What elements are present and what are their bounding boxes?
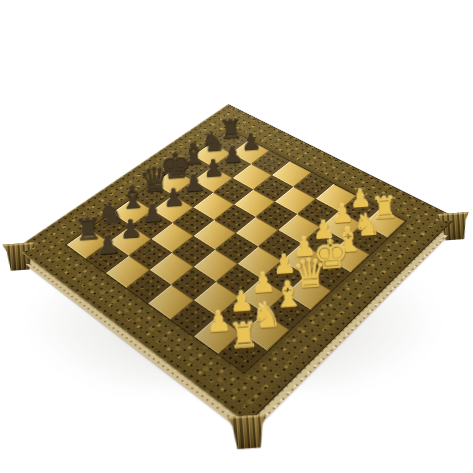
corner-foot-bottom (227, 414, 269, 450)
piece-black-rook-h8: ♜ (217, 115, 245, 143)
piece-black-pawn-b7: ♟ (115, 215, 147, 242)
square-b4 (172, 267, 217, 300)
square-g8: ♞ (193, 143, 231, 167)
piece-black-bishop-f8: ♝ (179, 139, 208, 170)
square-f6 (213, 178, 253, 205)
square-h3 (316, 184, 357, 211)
square-f4 (256, 202, 298, 230)
piece-black-pawn-c7: ♟ (137, 200, 168, 227)
square-e7: ♟ (173, 181, 213, 208)
piece-black-queen-d8: ♛ (138, 162, 169, 198)
square-e8: ♚ (154, 169, 193, 195)
chess-board: ♜♞♝♛♚♝♞♜♟♟♟♟♟♟♟♟♟♟♟♟♟♟♟♟♜♞♝♛♚♝♞♜ (16, 104, 456, 424)
piece-black-pawn-f7: ♟ (199, 156, 228, 181)
square-g6 (233, 164, 272, 190)
square-g4 (275, 187, 316, 214)
square-h1: ♜ (363, 208, 405, 237)
square-f8: ♝ (174, 156, 213, 181)
piece-black-pawn-g7: ♟ (218, 142, 247, 167)
scene: ♜♞♝♛♚♝♞♜♟♟♟♟♟♟♟♟♟♟♟♟♟♟♟♟♜♞♝♛♚♝♞♜ (0, 0, 473, 473)
piece-white-pawn-h2: ♟ (345, 185, 376, 212)
piece-white-pawn-g2: ♟ (327, 200, 359, 227)
square-f7: ♟ (193, 167, 232, 193)
product-photo: ♜♞♝♛♚♝♞♜♟♟♟♟♟♟♟♟♟♟♟♟♟♟♟♟♜♞♝♛♚♝♞♜ (0, 0, 473, 473)
piece-black-knight-b8: ♞ (95, 198, 126, 229)
square-c8: ♝ (112, 198, 153, 226)
board-frame: ♜♞♝♛♚♝♞♜♟♟♟♟♟♟♟♟♟♟♟♟♟♟♟♟♜♞♝♛♚♝♞♜ (16, 104, 456, 424)
square-h4 (294, 172, 334, 198)
square-h8: ♜ (212, 130, 249, 153)
square-e6 (194, 192, 235, 220)
square-f5 (234, 190, 275, 217)
piece-black-pawn-h7: ♟ (237, 129, 265, 153)
square-c7: ♟ (131, 210, 173, 239)
square-h2: ♟ (339, 196, 381, 224)
piece-black-bishop-c8: ♝ (117, 181, 148, 214)
square-d6 (173, 207, 215, 236)
square-g3 (297, 199, 339, 227)
square-b8: ♞ (90, 213, 132, 242)
piece-black-king-e8: ♚ (159, 147, 189, 184)
piece-black-pawn-d7: ♟ (158, 184, 189, 210)
square-d8: ♛ (133, 183, 173, 210)
square-h7: ♟ (231, 140, 269, 164)
piece-black-rook-a8: ♜ (72, 213, 104, 245)
square-e5 (214, 204, 256, 233)
square-h5 (272, 161, 311, 186)
square-g7: ♟ (213, 153, 252, 178)
board-grid: ♜♞♝♛♚♝♞♜♟♟♟♟♟♟♟♟♟♟♟♟♟♟♟♟♜♞♝♛♚♝♞♜ (67, 130, 406, 372)
square-d7: ♟ (153, 195, 194, 223)
piece-black-knight-g8: ♞ (198, 127, 227, 156)
square-g5 (254, 175, 294, 201)
square-a8: ♜ (67, 229, 109, 259)
square-h6 (251, 151, 290, 176)
piece-white-rook-h1: ♜ (369, 193, 401, 225)
piece-black-pawn-e7: ♟ (179, 170, 209, 196)
